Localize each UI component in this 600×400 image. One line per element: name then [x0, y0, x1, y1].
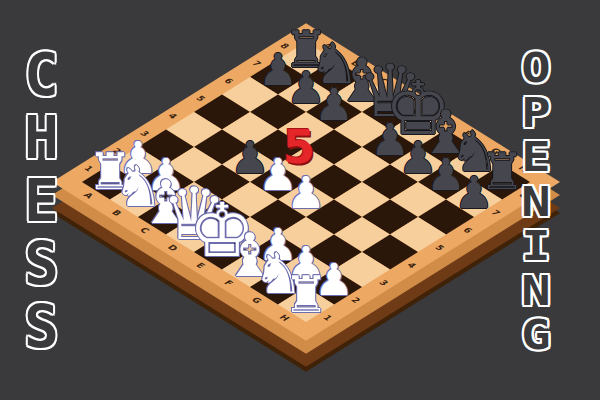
title-letter-N: N — [521, 180, 550, 225]
title-letter-E: E — [24, 170, 59, 233]
title-letter-I: I — [521, 224, 550, 269]
move-number-label: 5 — [283, 120, 315, 174]
title-chess: CHESS — [24, 44, 59, 359]
title-letter-S: S — [24, 296, 59, 359]
piece-wP-e4[interactable]: ♟ — [286, 171, 325, 215]
title-letter-P: P — [521, 91, 550, 136]
chess-opening-scene: 1122334455667788AABBCCDDEEFFGGHH ♜♞♝♛♚♝♞… — [0, 0, 600, 400]
title-letter-S: S — [24, 233, 59, 296]
rank-label-4: 4 — [165, 112, 179, 121]
rank-label-6: 6 — [221, 77, 235, 86]
title-letter-H: H — [24, 107, 59, 170]
rank-label-4: 4 — [404, 261, 418, 270]
title-opening: OPENING — [524, 46, 548, 358]
rank-label-5: 5 — [432, 243, 446, 252]
rank-label-6: 6 — [460, 226, 474, 235]
piece-bP-c7[interactable]: ♟ — [314, 83, 353, 127]
rank-label-3: 3 — [376, 278, 390, 287]
piece-wR-h1[interactable]: ♜ — [284, 270, 329, 320]
piece-bP-h7[interactable]: ♟ — [454, 171, 493, 215]
title-letter-G: G — [521, 313, 550, 358]
title-letter-C: C — [24, 44, 59, 107]
title-letter-O: O — [521, 46, 550, 91]
title-letter-N: N — [521, 269, 550, 314]
title-letter-E: E — [521, 135, 550, 180]
rank-label-5: 5 — [193, 94, 207, 103]
